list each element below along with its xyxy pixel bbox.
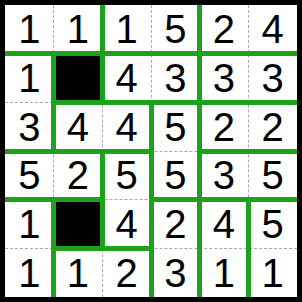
cell-r6c5[interactable]: 1 (200, 248, 249, 297)
cell-r1c3[interactable]: 1 (102, 5, 151, 54)
cell-r3c1[interactable]: 3 (5, 102, 54, 151)
cell-r6c4[interactable]: 3 (151, 248, 200, 297)
cell-r5c3[interactable]: 4 (102, 200, 151, 249)
cell-r5c6[interactable]: 5 (248, 200, 297, 249)
cell-r6c1[interactable]: 1 (5, 248, 54, 297)
cell-r5c4[interactable]: 2 (151, 200, 200, 249)
blocked-cell-r2c2[interactable] (54, 54, 103, 103)
cell-r5c5[interactable]: 4 (200, 200, 249, 249)
cell-r6c3[interactable]: 2 (102, 248, 151, 297)
grid-cells: 1115241433334452252553514245112311 (5, 5, 297, 297)
cell-r1c4[interactable]: 5 (151, 5, 200, 54)
cell-r4c2[interactable]: 2 (54, 151, 103, 200)
cell-r4c5[interactable]: 3 (200, 151, 249, 200)
cell-r4c1[interactable]: 5 (5, 151, 54, 200)
cell-r1c5[interactable]: 2 (200, 5, 249, 54)
cell-r2c1[interactable]: 1 (5, 54, 54, 103)
cell-r6c6[interactable]: 1 (248, 248, 297, 297)
cell-r1c1[interactable]: 1 (5, 5, 54, 54)
cell-r2c3[interactable]: 4 (102, 54, 151, 103)
cell-r4c4[interactable]: 5 (151, 151, 200, 200)
cell-r4c6[interactable]: 5 (248, 151, 297, 200)
cell-r4c3[interactable]: 5 (102, 151, 151, 200)
cell-r5c1[interactable]: 1 (5, 200, 54, 249)
cell-r1c2[interactable]: 1 (54, 5, 103, 54)
cell-r2c6[interactable]: 3 (248, 54, 297, 103)
cell-r2c4[interactable]: 3 (151, 54, 200, 103)
cell-r2c5[interactable]: 3 (200, 54, 249, 103)
cell-r6c2[interactable]: 1 (54, 248, 103, 297)
blocked-cell-r5c2[interactable] (54, 200, 103, 249)
cell-r3c3[interactable]: 4 (102, 102, 151, 151)
puzzle-board: 1115241433334452252553514245112311 (0, 0, 302, 302)
cell-r3c5[interactable]: 2 (200, 102, 249, 151)
cell-r3c2[interactable]: 4 (54, 102, 103, 151)
cell-r3c6[interactable]: 2 (248, 102, 297, 151)
cell-r3c4[interactable]: 5 (151, 102, 200, 151)
cell-r1c6[interactable]: 4 (248, 5, 297, 54)
